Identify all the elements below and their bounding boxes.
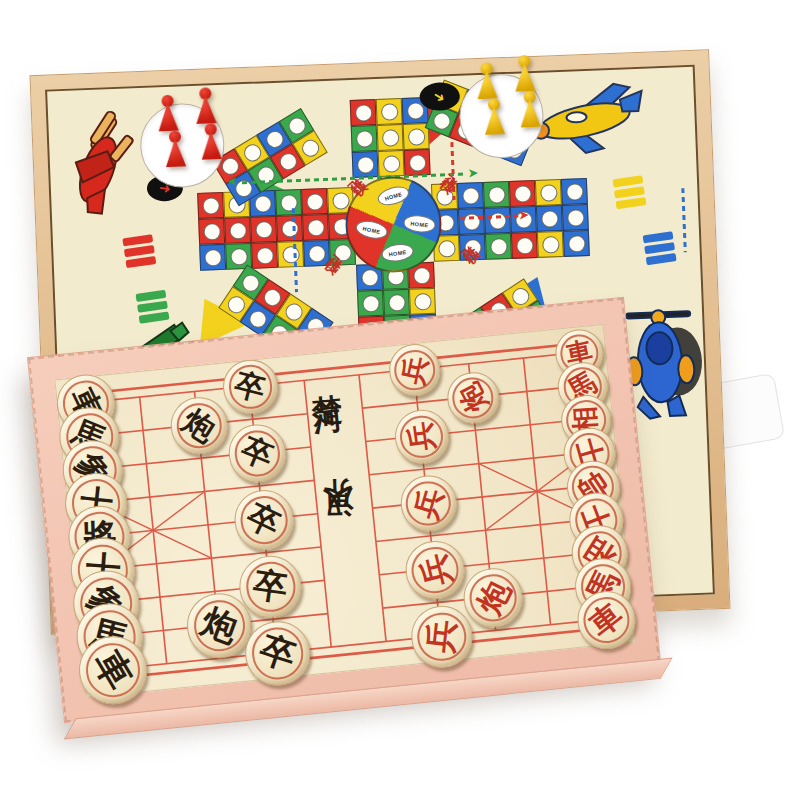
ludo-track-cell <box>351 125 378 152</box>
ludo-track-cell <box>458 208 485 235</box>
pawn-body <box>163 138 188 167</box>
ludo-track-cell <box>485 233 512 260</box>
ludo-track-cell <box>536 205 563 232</box>
legend-bar <box>122 234 153 246</box>
ludo-track-cell <box>511 232 538 259</box>
xiangqi-piece-炮[interactable]: 炮 <box>445 370 502 427</box>
ludo-track-cell <box>561 178 588 205</box>
pawn-body <box>475 70 500 99</box>
ludo-track-cell <box>535 179 562 206</box>
piece-character: 兵 <box>398 353 431 386</box>
xiangqi-piece-兵[interactable]: 兵 <box>408 603 475 670</box>
hub-home-label: HOME <box>381 242 415 263</box>
ludo-pawn-yellow[interactable] <box>482 98 507 135</box>
legend-bars-red <box>122 234 156 268</box>
pawn-body <box>482 106 507 135</box>
ludo-track-cell <box>409 288 436 315</box>
xiangqi-pieces-layer: 車馬象士將士象馬車炮炮卒卒卒卒卒兵兵兵兵兵炮炮車馬相士帥士相馬車 <box>54 324 636 698</box>
legend-bar <box>614 186 645 198</box>
ludo-track-cell <box>197 192 224 219</box>
xiangqi-piece-兵[interactable]: 兵 <box>398 473 460 535</box>
ludo-track-cell <box>457 182 484 209</box>
ludo-track-cell <box>357 290 384 317</box>
piece-character: 車 <box>88 645 139 696</box>
pawn-body <box>199 131 224 160</box>
ludo-track-cell <box>303 240 330 267</box>
ludo-track-cell <box>484 207 511 234</box>
piece-character: 炮 <box>454 379 492 417</box>
ludo-pawn-red[interactable] <box>155 95 180 132</box>
arrow-icon: ➤ <box>227 175 238 188</box>
pawn-body <box>156 103 181 132</box>
ludo-pawn-yellow[interactable] <box>474 62 499 99</box>
piece-character: 卒 <box>237 433 277 473</box>
piece-character: 炮 <box>472 576 515 619</box>
piece-character: 兵 <box>410 485 447 522</box>
river-label-chu-he: 楚河 <box>308 369 340 392</box>
pawn-body <box>193 95 218 124</box>
ludo-track-cell <box>509 180 536 207</box>
ludo-track-cell <box>378 150 405 177</box>
xiangqi-board-face: 楚河 汉界 車馬象士將士象馬車炮炮卒卒卒卒卒兵兵兵兵兵炮炮車馬相士帥士相馬車 <box>54 324 636 698</box>
hub-home-label: HOME <box>376 183 411 208</box>
ludo-track-cell <box>350 99 377 126</box>
ludo-pawn-red[interactable] <box>163 130 188 167</box>
red-plane-icon <box>54 110 150 225</box>
xiangqi-piece-卒[interactable]: 卒 <box>220 357 280 417</box>
legend-bar <box>616 197 647 209</box>
xiangqi-piece-兵[interactable]: 兵 <box>403 538 467 602</box>
xiangqi-piece-卒[interactable]: 卒 <box>242 618 313 689</box>
center-hub: HOME HOME HOME HOME <box>344 175 444 275</box>
legend-bar <box>125 256 156 268</box>
piece-character: 兵 <box>424 619 460 655</box>
legend-bar <box>644 242 675 254</box>
ludo-track-cell <box>199 244 226 271</box>
ludo-track-cell <box>377 124 404 151</box>
ludo-track-cell <box>301 188 328 215</box>
xiangqi-piece-卒[interactable]: 卒 <box>231 487 296 552</box>
legend-bar <box>135 290 166 302</box>
ludo-track-cell <box>563 230 590 257</box>
ludo-track-cell <box>483 181 510 208</box>
xiangqi-piece-卒[interactable]: 卒 <box>226 422 289 485</box>
piece-character: 卒 <box>255 631 299 675</box>
dashed-line <box>681 188 686 252</box>
piece-character: 炮 <box>197 603 242 648</box>
xiangqi-piece-炮[interactable]: 炮 <box>168 394 231 457</box>
xiangqi-board: 楚河 汉界 車馬象士將士象馬車炮炮卒卒卒卒卒兵兵兵兵兵炮炮車馬相士帥士相馬車 <box>27 297 661 724</box>
ludo-track-cell <box>537 231 564 258</box>
product-photo-scene: ➤ ➤ ➤ HOME HOME HOME HOME 飞行棋 飞行棋 飞行棋 飞行… <box>0 0 800 800</box>
ludo-pawn-yellow[interactable] <box>517 91 542 128</box>
pawn-body <box>512 63 537 92</box>
ludo-track-cell <box>198 218 225 245</box>
ludo-track-cell <box>250 216 277 243</box>
hub-home-label: HOME <box>354 218 389 241</box>
legend-bar <box>646 253 677 265</box>
ludo-track-cell <box>376 98 403 125</box>
ludo-track-cell <box>251 242 278 269</box>
ludo-track-cell <box>383 289 410 316</box>
piece-character: 卒 <box>243 499 286 542</box>
ludo-track-cell <box>404 149 431 176</box>
ludo-pawn-yellow[interactable] <box>512 55 537 92</box>
ludo-track-cell <box>277 241 304 268</box>
ludo-pawn-red[interactable] <box>198 123 223 160</box>
legend-bars-blue <box>643 231 677 265</box>
legend-bars-yellow <box>612 175 646 209</box>
ludo-pawn-red[interactable] <box>193 87 218 124</box>
xiangqi-piece-兵[interactable]: 兵 <box>387 342 443 398</box>
xiangqi-piece-炮[interactable]: 炮 <box>461 566 525 630</box>
piece-character: 炮 <box>178 404 221 447</box>
legend-bar <box>137 301 168 313</box>
piece-character: 卒 <box>251 568 290 607</box>
legend-bar <box>124 245 155 257</box>
piece-character: 兵 <box>416 551 455 590</box>
hub-home-label: HOME <box>403 214 437 234</box>
arrow-icon: ➜ <box>431 87 448 105</box>
river-label-han-jie: 汉界 <box>324 521 355 542</box>
piece-character: 兵 <box>405 420 438 453</box>
ludo-track-cell <box>276 215 303 242</box>
legend-bar <box>643 231 674 243</box>
legend-bar <box>612 175 643 187</box>
ludo-track-cell <box>275 189 302 216</box>
pawn-body <box>518 99 543 128</box>
arrow-icon: ➤ <box>467 166 478 179</box>
arrow-icon: ➤ <box>518 208 529 221</box>
ludo-track-cell <box>562 204 589 231</box>
xiangqi-piece-兵[interactable]: 兵 <box>392 407 451 466</box>
piece-character: 車 <box>585 598 628 641</box>
ludo-track-cell <box>302 214 329 241</box>
piece-character: 卒 <box>232 369 268 405</box>
ludo-track-cell <box>224 217 251 244</box>
ludo-track-cell <box>352 151 379 178</box>
